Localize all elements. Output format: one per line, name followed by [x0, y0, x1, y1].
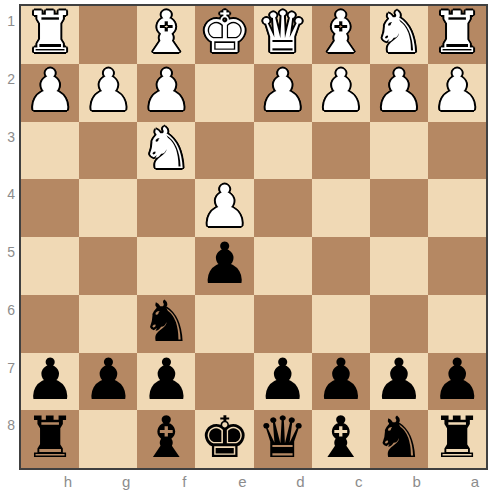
square-c4[interactable] — [312, 179, 370, 237]
white-pawn-f2[interactable]: ♟ — [141, 62, 192, 119]
black-pawn-g7[interactable]: ♟ — [83, 351, 134, 408]
square-c1[interactable]: ♝ — [312, 6, 370, 64]
square-f3[interactable]: ♞ — [137, 122, 195, 180]
square-d7[interactable]: ♟ — [254, 353, 312, 411]
square-d5[interactable] — [254, 237, 312, 295]
black-rook-a8[interactable]: ♜ — [431, 409, 482, 466]
white-queen-d1[interactable]: ♛ — [257, 4, 308, 61]
white-pawn-e4[interactable]: ♟ — [199, 178, 250, 235]
black-knight-f6[interactable]: ♞ — [141, 293, 192, 350]
square-c6[interactable] — [312, 295, 370, 353]
square-b8[interactable]: ♞ — [370, 410, 428, 468]
white-rook-h1[interactable]: ♜ — [25, 4, 76, 61]
file-label-b: b — [388, 474, 446, 492]
square-e7[interactable] — [195, 353, 253, 411]
square-c8[interactable]: ♝ — [312, 410, 370, 468]
file-label-f: f — [155, 474, 213, 492]
rank-label-8: 8 — [0, 418, 15, 432]
white-pawn-b2[interactable]: ♟ — [373, 62, 424, 119]
white-knight-b1[interactable]: ♞ — [373, 4, 424, 61]
square-e6[interactable] — [195, 295, 253, 353]
square-h2[interactable]: ♟ — [21, 64, 79, 122]
square-f8[interactable]: ♝ — [137, 410, 195, 468]
white-king-e1[interactable]: ♚ — [199, 4, 250, 61]
chessboard-page: ♜♝♚♛♝♞♜♟♟♟♟♟♟♟♞♟♟♞♟♟♟♟♟♟♟♜♝♚♛♝♞♜ 1234567… — [0, 0, 502, 494]
square-g6[interactable] — [79, 295, 137, 353]
rank-label-7: 7 — [0, 361, 15, 375]
white-rook-a1[interactable]: ♜ — [431, 4, 482, 61]
square-d1[interactable]: ♛ — [254, 6, 312, 64]
square-f1[interactable]: ♝ — [137, 6, 195, 64]
file-label-d: d — [272, 474, 330, 492]
square-f4[interactable] — [137, 179, 195, 237]
square-c2[interactable]: ♟ — [312, 64, 370, 122]
rank-label-3: 3 — [0, 130, 15, 144]
square-a8[interactable]: ♜ — [428, 410, 486, 468]
square-a2[interactable]: ♟ — [428, 64, 486, 122]
white-pawn-h2[interactable]: ♟ — [25, 62, 76, 119]
square-h5[interactable] — [21, 237, 79, 295]
black-pawn-f7[interactable]: ♟ — [141, 351, 192, 408]
square-h8[interactable]: ♜ — [21, 410, 79, 468]
square-e2[interactable] — [195, 64, 253, 122]
square-d2[interactable]: ♟ — [254, 64, 312, 122]
black-king-e8[interactable]: ♚ — [199, 409, 250, 466]
square-a5[interactable] — [428, 237, 486, 295]
square-a1[interactable]: ♜ — [428, 6, 486, 64]
square-e5[interactable]: ♟ — [195, 237, 253, 295]
square-d4[interactable] — [254, 179, 312, 237]
square-g4[interactable] — [79, 179, 137, 237]
file-label-c: c — [330, 474, 388, 492]
square-c5[interactable] — [312, 237, 370, 295]
square-b3[interactable] — [370, 122, 428, 180]
chess-board: ♜♝♚♛♝♞♜♟♟♟♟♟♟♟♞♟♟♞♟♟♟♟♟♟♟♜♝♚♛♝♞♜ — [19, 4, 488, 470]
black-pawn-b7[interactable]: ♟ — [373, 351, 424, 408]
file-label-g: g — [97, 474, 155, 492]
square-c3[interactable] — [312, 122, 370, 180]
square-h3[interactable] — [21, 122, 79, 180]
white-bishop-c1[interactable]: ♝ — [315, 4, 366, 61]
black-pawn-h7[interactable]: ♟ — [25, 351, 76, 408]
black-bishop-c8[interactable]: ♝ — [315, 409, 366, 466]
square-f2[interactable]: ♟ — [137, 64, 195, 122]
rank-label-2: 2 — [0, 72, 15, 86]
black-pawn-d7[interactable]: ♟ — [257, 351, 308, 408]
square-h6[interactable] — [21, 295, 79, 353]
rank-label-1: 1 — [0, 14, 15, 28]
rank-label-5: 5 — [0, 245, 15, 259]
square-g2[interactable]: ♟ — [79, 64, 137, 122]
rank-label-6: 6 — [0, 303, 15, 317]
square-e3[interactable] — [195, 122, 253, 180]
square-b6[interactable] — [370, 295, 428, 353]
square-d8[interactable]: ♛ — [254, 410, 312, 468]
square-c7[interactable]: ♟ — [312, 353, 370, 411]
white-knight-f3[interactable]: ♞ — [141, 120, 192, 177]
square-f7[interactable]: ♟ — [137, 353, 195, 411]
white-pawn-c2[interactable]: ♟ — [315, 62, 366, 119]
square-f5[interactable] — [137, 237, 195, 295]
square-e8[interactable]: ♚ — [195, 410, 253, 468]
square-d6[interactable] — [254, 295, 312, 353]
square-e1[interactable]: ♚ — [195, 6, 253, 64]
white-pawn-a2[interactable]: ♟ — [431, 62, 482, 119]
file-label-a: a — [446, 474, 502, 492]
square-e4[interactable]: ♟ — [195, 179, 253, 237]
square-h7[interactable]: ♟ — [21, 353, 79, 411]
white-pawn-g2[interactable]: ♟ — [83, 62, 134, 119]
square-a4[interactable] — [428, 179, 486, 237]
square-b2[interactable]: ♟ — [370, 64, 428, 122]
black-knight-b8[interactable]: ♞ — [373, 409, 424, 466]
black-queen-d8[interactable]: ♛ — [257, 409, 308, 466]
white-pawn-d2[interactable]: ♟ — [257, 62, 308, 119]
file-label-h: h — [39, 474, 97, 492]
square-g1[interactable] — [79, 6, 137, 64]
black-pawn-a7[interactable]: ♟ — [431, 351, 482, 408]
white-bishop-f1[interactable]: ♝ — [141, 4, 192, 61]
black-pawn-c7[interactable]: ♟ — [315, 351, 366, 408]
square-g7[interactable]: ♟ — [79, 353, 137, 411]
square-a7[interactable]: ♟ — [428, 353, 486, 411]
square-g3[interactable] — [79, 122, 137, 180]
square-h4[interactable] — [21, 179, 79, 237]
rank-label-4: 4 — [0, 187, 15, 201]
square-g8[interactable] — [79, 410, 137, 468]
square-b1[interactable]: ♞ — [370, 6, 428, 64]
square-d3[interactable] — [254, 122, 312, 180]
square-f6[interactable]: ♞ — [137, 295, 195, 353]
square-a3[interactable] — [428, 122, 486, 180]
square-a6[interactable] — [428, 295, 486, 353]
black-bishop-f8[interactable]: ♝ — [141, 409, 192, 466]
square-b7[interactable]: ♟ — [370, 353, 428, 411]
square-h1[interactable]: ♜ — [21, 6, 79, 64]
square-b4[interactable] — [370, 179, 428, 237]
black-pawn-e5[interactable]: ♟ — [199, 235, 250, 292]
black-rook-h8[interactable]: ♜ — [25, 409, 76, 466]
square-b5[interactable] — [370, 237, 428, 295]
file-label-e: e — [213, 474, 271, 492]
square-g5[interactable] — [79, 237, 137, 295]
